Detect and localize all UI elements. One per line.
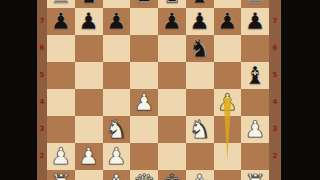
square-a4[interactable] (47, 89, 75, 116)
piece-black-bishop-f8[interactable]: ♝ (186, 0, 214, 8)
piece-white-pawn-g4[interactable]: ♟ (214, 89, 242, 116)
rank-label-3: 3 (37, 116, 47, 143)
piece-white-pawn-b2[interactable]: ♟ (75, 143, 103, 170)
piece-black-pawn-f7[interactable]: ♟ (186, 8, 214, 35)
square-d1[interactable]: ♛ (130, 170, 158, 180)
piece-white-king-e1[interactable]: ♚ (158, 170, 186, 180)
rank-label-5: 5 (37, 62, 47, 89)
piece-black-rook-a8[interactable]: ♜ (47, 0, 75, 8)
piece-black-pawn-b7[interactable]: ♟ (75, 8, 103, 35)
square-g3[interactable] (214, 116, 242, 143)
rank-label-2: 2 (269, 143, 281, 170)
letterbox-right (281, 0, 320, 180)
square-f4[interactable] (186, 89, 214, 116)
square-g7[interactable]: ♟ (214, 8, 242, 35)
chess-board-screenshot: { "game": "chess", "position": { "fen": … (0, 0, 320, 180)
square-c6[interactable] (103, 35, 131, 62)
rank-label-7: 7 (269, 8, 281, 35)
piece-black-pawn-h7[interactable]: ♟ (241, 8, 269, 35)
square-e2[interactable] (158, 143, 186, 170)
piece-white-bishop-c1[interactable]: ♝ (103, 170, 131, 180)
square-d3[interactable] (130, 116, 158, 143)
rank-labels-left: 87654321 (37, 0, 47, 180)
square-e3[interactable] (158, 116, 186, 143)
square-h2[interactable] (241, 143, 269, 170)
rank-labels-right: 87654321 (269, 0, 281, 180)
square-h6[interactable] (241, 35, 269, 62)
square-c7[interactable]: ♟ (103, 8, 131, 35)
piece-black-queen-d8[interactable]: ♛ (130, 0, 158, 8)
square-d7[interactable] (130, 8, 158, 35)
square-b6[interactable] (75, 35, 103, 62)
rank-label-8: 8 (37, 0, 47, 8)
square-g6[interactable] (214, 35, 242, 62)
piece-white-queen-d1[interactable]: ♛ (130, 170, 158, 180)
letterbox-left (0, 0, 37, 180)
square-h3[interactable]: ♟ (241, 116, 269, 143)
rank-label-4: 4 (37, 89, 47, 116)
square-a8[interactable]: ♜ (47, 0, 75, 8)
square-g2[interactable] (214, 143, 242, 170)
piece-white-pawn-h3[interactable]: ♟ (241, 116, 269, 143)
board-inner: ♜♞♛♚♝♜♟♟♟♟♟♟♟♞♝♟♟♞♞♟♟♟♟♜♝♛♚♝♜ (47, 0, 269, 180)
square-h7[interactable]: ♟ (241, 8, 269, 35)
square-c2[interactable]: ♟ (103, 143, 131, 170)
piece-white-pawn-d4[interactable]: ♟ (130, 89, 158, 116)
square-c8[interactable] (103, 0, 131, 8)
piece-white-pawn-a2[interactable]: ♟ (47, 143, 75, 170)
piece-black-pawn-g7[interactable]: ♟ (214, 8, 242, 35)
square-g8[interactable] (214, 0, 242, 8)
square-e4[interactable] (158, 89, 186, 116)
square-g1[interactable] (214, 170, 242, 180)
piece-black-knight-f6[interactable]: ♞ (186, 35, 214, 62)
square-e5[interactable] (158, 62, 186, 89)
square-a3[interactable] (47, 116, 75, 143)
square-d2[interactable] (130, 143, 158, 170)
square-a1[interactable]: ♜ (47, 170, 75, 180)
square-f8[interactable]: ♝ (186, 0, 214, 8)
square-c5[interactable] (103, 62, 131, 89)
rank-label-3: 3 (269, 116, 281, 143)
rank-label-4: 4 (269, 89, 281, 116)
square-g5[interactable] (214, 62, 242, 89)
square-e8[interactable]: ♚ (158, 0, 186, 8)
piece-black-pawn-a7[interactable]: ♟ (47, 8, 75, 35)
rank-label-1: 1 (269, 170, 281, 180)
piece-black-rook-h8[interactable]: ♜ (241, 0, 269, 8)
rank-label-1: 1 (37, 170, 47, 180)
piece-white-knight-c3[interactable]: ♞ (103, 116, 131, 143)
square-f1[interactable]: ♝ (186, 170, 214, 180)
rank-label-8: 8 (269, 0, 281, 8)
square-a7[interactable]: ♟ (47, 8, 75, 35)
square-c1[interactable]: ♝ (103, 170, 131, 180)
square-c3[interactable]: ♞ (103, 116, 131, 143)
piece-white-rook-a1[interactable]: ♜ (47, 170, 75, 180)
square-g4[interactable]: ♟ (214, 89, 242, 116)
square-e7[interactable]: ♟ (158, 8, 186, 35)
square-a2[interactable]: ♟ (47, 143, 75, 170)
square-f6[interactable]: ♞ (186, 35, 214, 62)
piece-black-knight-b8[interactable]: ♞ (75, 0, 103, 8)
square-b5[interactable] (75, 62, 103, 89)
square-b7[interactable]: ♟ (75, 8, 103, 35)
square-f5[interactable] (186, 62, 214, 89)
square-c4[interactable] (103, 89, 131, 116)
piece-white-pawn-c2[interactable]: ♟ (103, 143, 131, 170)
piece-white-bishop-f1[interactable]: ♝ (186, 170, 214, 180)
square-a5[interactable] (47, 62, 75, 89)
piece-black-king-e8[interactable]: ♚ (158, 0, 186, 8)
square-b1[interactable] (75, 170, 103, 180)
square-b4[interactable] (75, 89, 103, 116)
square-d6[interactable] (130, 35, 158, 62)
rank-label-6: 6 (269, 35, 281, 62)
square-f3[interactable]: ♞ (186, 116, 214, 143)
square-a6[interactable] (47, 35, 75, 62)
rank-label-2: 2 (37, 143, 47, 170)
square-b3[interactable] (75, 116, 103, 143)
piece-black-bishop-h5[interactable]: ♝ (241, 62, 269, 89)
square-f2[interactable] (186, 143, 214, 170)
square-d4[interactable]: ♟ (130, 89, 158, 116)
square-e1[interactable]: ♚ (158, 170, 186, 180)
rank-label-5: 5 (269, 62, 281, 89)
square-d5[interactable] (130, 62, 158, 89)
board-grid: ♜♞♛♚♝♜♟♟♟♟♟♟♟♞♝♟♟♞♞♟♟♟♟♜♝♛♚♝♜ (47, 0, 269, 180)
square-h1[interactable]: ♜ (241, 170, 269, 180)
square-e6[interactable] (158, 35, 186, 62)
piece-black-pawn-e7[interactable]: ♟ (158, 8, 186, 35)
rank-label-7: 7 (37, 8, 47, 35)
square-b2[interactable]: ♟ (75, 143, 103, 170)
rank-label-6: 6 (37, 35, 47, 62)
square-b8[interactable]: ♞ (75, 0, 103, 8)
piece-black-pawn-c7[interactable]: ♟ (103, 8, 131, 35)
board-viewport: 87654321 ♜♞♛♚♝♜♟♟♟♟♟♟♟♞♝♟♟♞♞♟♟♟♟♜♝♛♚♝♜ 8… (37, 0, 281, 180)
square-d8[interactable]: ♛ (130, 0, 158, 8)
square-h4[interactable] (241, 89, 269, 116)
square-f7[interactable]: ♟ (186, 8, 214, 35)
square-h5[interactable]: ♝ (241, 62, 269, 89)
piece-white-knight-f3[interactable]: ♞ (186, 116, 214, 143)
square-h8[interactable]: ♜ (241, 0, 269, 8)
piece-white-rook-h1[interactable]: ♜ (241, 170, 269, 180)
